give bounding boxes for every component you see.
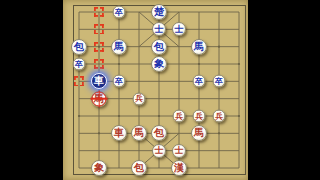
capture-target-crosshair-b6[interactable]	[92, 91, 107, 106]
piece-red-cannon-d10[interactable]: 包	[131, 160, 147, 176]
piece-black-horse-c3[interactable]: 馬	[111, 39, 127, 55]
piece-red-king-f10[interactable]: 漢	[171, 160, 187, 176]
move-path-marker-b4[interactable]	[94, 59, 104, 69]
piece-red-soldier-g7[interactable]: 兵	[193, 110, 206, 123]
move-path-marker-b1[interactable]	[94, 7, 104, 17]
piece-black-cannon-a3[interactable]: 包	[71, 39, 87, 55]
move-path-marker-b2[interactable]	[94, 24, 104, 34]
piece-red-soldier-f7[interactable]: 兵	[173, 110, 186, 123]
piece-black-elephant-e4[interactable]: 象	[151, 56, 167, 72]
piece-black-advisor-f2[interactable]: 士	[172, 22, 186, 36]
xiangqi-board[interactable]: 卒楚士士包馬包馬卒象車卒卒卒馬兵兵兵兵車馬包馬士士象包漢	[63, 0, 248, 180]
piece-red-horse-g8[interactable]: 馬	[191, 125, 207, 141]
piece-red-elephant-b10[interactable]: 象	[91, 160, 107, 176]
right-letterbox	[248, 0, 320, 180]
piece-black-soldier-c5[interactable]: 卒	[113, 75, 126, 88]
piece-red-chariot-c8[interactable]: 車	[111, 125, 127, 141]
piece-black-soldier-h5[interactable]: 卒	[213, 75, 226, 88]
move-path-marker-b3[interactable]	[94, 42, 104, 52]
piece-black-chariot-b5[interactable]: 車	[91, 73, 107, 89]
piece-black-soldier-c1[interactable]: 卒	[113, 6, 126, 19]
piece-red-advisor-f9[interactable]: 士	[172, 144, 186, 158]
piece-black-horse-g3[interactable]: 馬	[191, 39, 207, 55]
piece-red-advisor-e9[interactable]: 士	[152, 144, 166, 158]
piece-black-advisor-e2[interactable]: 士	[152, 22, 166, 36]
piece-red-soldier-d6[interactable]: 兵	[133, 92, 146, 105]
move-path-marker-a5[interactable]	[74, 76, 84, 86]
left-letterbox	[0, 0, 63, 180]
piece-red-soldier-h7[interactable]: 兵	[213, 110, 226, 123]
piece-black-king-e1[interactable]: 楚	[151, 4, 167, 20]
pieces-layer: 卒楚士士包馬包馬卒象車卒卒卒馬兵兵兵兵車馬包馬士士象包漢	[63, 0, 248, 180]
piece-red-horse-d8[interactable]: 馬	[131, 125, 147, 141]
piece-red-cannon-e8[interactable]: 包	[151, 125, 167, 141]
piece-black-soldier-g5[interactable]: 卒	[193, 75, 206, 88]
piece-black-soldier-a4[interactable]: 卒	[73, 58, 86, 71]
piece-black-cannon-e3[interactable]: 包	[151, 39, 167, 55]
screenshot-root: 卒楚士士包馬包馬卒象車卒卒卒馬兵兵兵兵車馬包馬士士象包漢	[0, 0, 320, 180]
